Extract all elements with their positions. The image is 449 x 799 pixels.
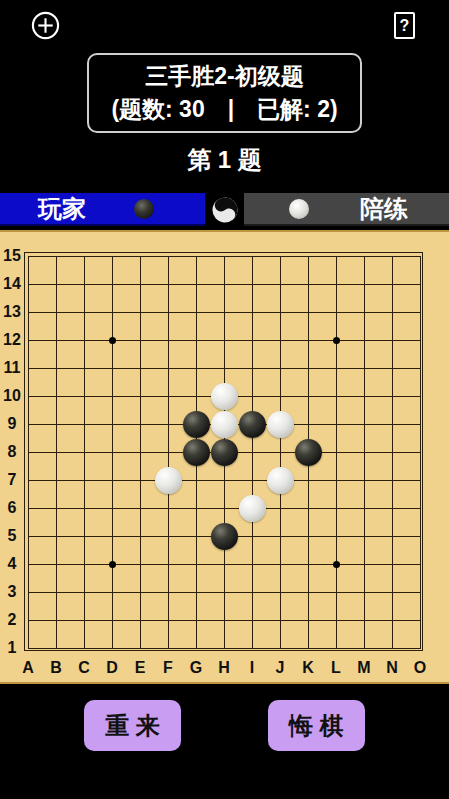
row-label: 10 [0, 386, 24, 406]
star-point [333, 561, 340, 568]
stone-black [211, 523, 238, 550]
trainer-label: 陪练 [360, 193, 408, 224]
stone-white [239, 495, 266, 522]
puzzle-stats: (题数: 30 | 已解: 2) [89, 93, 360, 126]
col-label: O [408, 658, 432, 678]
board: 151413121110987654321ABCDEFGHIJKLMNO [0, 230, 449, 684]
player-stone-black-icon [134, 199, 154, 219]
add-icon[interactable] [31, 11, 60, 40]
col-label: G [184, 658, 208, 678]
stone-black [183, 411, 210, 438]
star-point [333, 337, 340, 344]
row-label: 14 [0, 274, 24, 294]
col-label: M [352, 658, 376, 678]
restart-button[interactable]: 重 来 [84, 700, 181, 751]
col-label: C [72, 658, 96, 678]
player-label: 玩家 [38, 193, 86, 224]
col-label: B [44, 658, 68, 678]
player-side: 玩家 [0, 193, 205, 226]
puzzle-title-box: 三手胜2-初级题 (题数: 30 | 已解: 2) [87, 53, 362, 133]
col-label: K [296, 658, 320, 678]
row-label: 13 [0, 302, 24, 322]
col-label: F [156, 658, 180, 678]
undo-button[interactable]: 悔 棋 [268, 700, 365, 751]
star-point [109, 561, 116, 568]
trainer-side: 陪练 [244, 193, 449, 226]
action-button-row: 重 来 悔 棋 [0, 700, 449, 751]
row-label: 4 [0, 554, 24, 574]
col-label: L [324, 658, 348, 678]
row-label: 8 [0, 442, 24, 462]
stone-white [267, 411, 294, 438]
yin-yang-icon [212, 197, 238, 223]
star-point [109, 337, 116, 344]
problem-number: 第 1 题 [0, 145, 449, 175]
col-label: E [128, 658, 152, 678]
col-label: H [212, 658, 236, 678]
row-label: 5 [0, 526, 24, 546]
row-label: 9 [0, 414, 24, 434]
col-label: N [380, 658, 404, 678]
turn-indicator [205, 193, 244, 226]
trainer-stone-white-icon [289, 199, 309, 219]
stone-white [211, 383, 238, 410]
row-label: 11 [0, 358, 24, 378]
stone-white [155, 467, 182, 494]
help-icon[interactable]: ? [394, 12, 415, 39]
app-window: ? 三手胜2-初级题 (题数: 30 | 已解: 2) 第 1 题 玩家 陪练 [0, 0, 449, 799]
row-label: 6 [0, 498, 24, 518]
help-icon-label: ? [400, 17, 410, 35]
row-label: 2 [0, 610, 24, 630]
stone-black [239, 411, 266, 438]
stone-black [183, 439, 210, 466]
col-label: D [100, 658, 124, 678]
puzzle-title: 三手胜2-初级题 [89, 60, 360, 93]
stone-black [295, 439, 322, 466]
row-label: 12 [0, 330, 24, 350]
row-label: 15 [0, 246, 24, 266]
stone-white [267, 467, 294, 494]
stone-white [211, 411, 238, 438]
row-label: 7 [0, 470, 24, 490]
player-bar: 玩家 陪练 [0, 193, 449, 226]
col-label: I [240, 658, 264, 678]
stone-black [211, 439, 238, 466]
row-label: 1 [0, 638, 24, 658]
row-label: 3 [0, 582, 24, 602]
col-label: A [16, 658, 40, 678]
col-label: J [268, 658, 292, 678]
